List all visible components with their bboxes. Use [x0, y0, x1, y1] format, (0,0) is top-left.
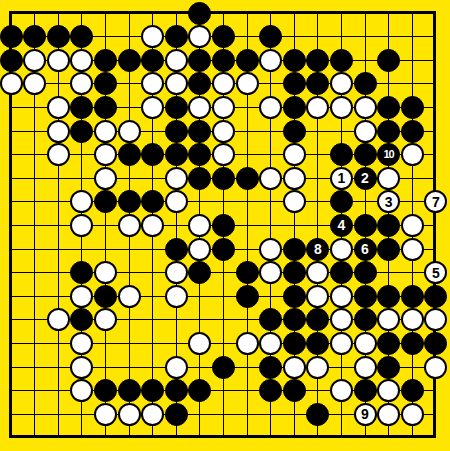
black-stone [377, 285, 400, 308]
white-stone [94, 261, 117, 284]
white-stone [165, 285, 188, 308]
move-6-stone: 6 [354, 238, 377, 261]
white-stone [165, 190, 188, 213]
white-stone [330, 96, 353, 119]
black-stone [212, 238, 235, 261]
move-number-label: 9 [361, 407, 369, 421]
black-stone [401, 120, 424, 143]
black-stone [354, 285, 377, 308]
white-stone [401, 143, 424, 166]
move-number-label: 1 [337, 171, 345, 185]
move-7-stone: 7 [424, 190, 447, 213]
move-1-stone: 1 [330, 167, 353, 190]
black-stone [283, 379, 306, 402]
black-stone [354, 143, 377, 166]
black-stone [401, 285, 424, 308]
black-stone [259, 356, 282, 379]
black-stone [306, 49, 329, 72]
black-stone [236, 261, 259, 284]
move-number-label: 2 [361, 171, 369, 185]
white-stone [259, 167, 282, 190]
black-stone [377, 49, 400, 72]
black-stone [212, 25, 235, 48]
black-stone [236, 167, 259, 190]
black-stone [94, 379, 117, 402]
black-stone [283, 72, 306, 95]
black-stone [354, 308, 377, 331]
white-stone [212, 96, 235, 119]
white-stone [141, 96, 164, 119]
white-stone [141, 214, 164, 237]
white-stone [330, 379, 353, 402]
black-stone [118, 379, 141, 402]
black-stone [401, 332, 424, 355]
black-stone [47, 25, 70, 48]
white-stone [330, 238, 353, 261]
black-stone [377, 238, 400, 261]
black-stone [188, 49, 211, 72]
black-stone [330, 261, 353, 284]
white-stone [283, 167, 306, 190]
white-stone [47, 308, 70, 331]
black-stone [377, 356, 400, 379]
white-stone [259, 96, 282, 119]
move-number-label: 7 [432, 195, 440, 209]
black-stone [118, 143, 141, 166]
black-stone [212, 214, 235, 237]
black-stone [236, 49, 259, 72]
white-stone [118, 214, 141, 237]
black-stone [377, 96, 400, 119]
white-stone [165, 49, 188, 72]
white-stone [259, 49, 282, 72]
black-stone [212, 167, 235, 190]
white-stone [283, 143, 306, 166]
black-stone [94, 285, 117, 308]
move-number-label: 6 [361, 242, 369, 256]
black-stone [0, 49, 23, 72]
white-stone [401, 238, 424, 261]
white-stone [70, 285, 93, 308]
white-stone [236, 72, 259, 95]
white-stone [283, 190, 306, 213]
go-board[interactable]: 10123748659 [0, 0, 450, 451]
white-stone [212, 120, 235, 143]
black-stone [118, 49, 141, 72]
black-stone [118, 190, 141, 213]
white-stone [47, 96, 70, 119]
black-stone [70, 120, 93, 143]
black-stone [424, 285, 447, 308]
move-2-stone: 2 [354, 167, 377, 190]
white-stone [0, 72, 23, 95]
white-stone [70, 356, 93, 379]
white-stone [259, 238, 282, 261]
white-stone [259, 332, 282, 355]
black-stone [283, 238, 306, 261]
black-stone [424, 332, 447, 355]
move-number-label: 8 [314, 242, 322, 256]
black-stone [165, 379, 188, 402]
black-stone [212, 356, 235, 379]
black-stone [377, 214, 400, 237]
white-stone [23, 49, 46, 72]
black-stone [283, 96, 306, 119]
black-stone [354, 261, 377, 284]
white-stone [377, 403, 400, 426]
white-stone [330, 332, 353, 355]
black-stone [283, 49, 306, 72]
black-stone [188, 2, 211, 25]
white-stone [118, 285, 141, 308]
black-stone [330, 49, 353, 72]
white-stone [377, 167, 400, 190]
black-stone [283, 332, 306, 355]
black-stone [283, 261, 306, 284]
white-stone [354, 96, 377, 119]
white-stone [47, 49, 70, 72]
white-stone [354, 356, 377, 379]
white-stone [354, 120, 377, 143]
black-stone [377, 332, 400, 355]
black-stone [354, 72, 377, 95]
white-stone [306, 356, 329, 379]
white-stone [94, 403, 117, 426]
black-stone [188, 167, 211, 190]
black-stone [283, 308, 306, 331]
white-stone [94, 143, 117, 166]
white-stone [94, 167, 117, 190]
black-stone [165, 96, 188, 119]
black-stone [401, 96, 424, 119]
white-stone [165, 261, 188, 284]
black-stone [141, 49, 164, 72]
white-stone [118, 403, 141, 426]
black-stone [165, 403, 188, 426]
white-stone [165, 356, 188, 379]
white-stone [354, 332, 377, 355]
move-8-stone: 8 [306, 238, 329, 261]
white-stone [283, 356, 306, 379]
white-stone [94, 120, 117, 143]
white-stone [424, 356, 447, 379]
white-stone [401, 308, 424, 331]
black-stone [165, 238, 188, 261]
black-stone [165, 143, 188, 166]
black-stone [94, 49, 117, 72]
black-stone [212, 49, 235, 72]
black-stone [377, 120, 400, 143]
black-stone [165, 25, 188, 48]
white-stone [306, 285, 329, 308]
white-stone [236, 332, 259, 355]
black-stone [306, 403, 329, 426]
black-stone [283, 285, 306, 308]
move-number-label: 4 [337, 218, 345, 232]
white-stone [188, 238, 211, 261]
black-stone [354, 214, 377, 237]
black-stone [401, 379, 424, 402]
black-stone [236, 285, 259, 308]
black-stone [0, 25, 23, 48]
move-4-stone: 4 [330, 214, 353, 237]
white-stone [330, 285, 353, 308]
white-stone [401, 214, 424, 237]
white-stone [118, 120, 141, 143]
black-stone [330, 143, 353, 166]
white-stone [212, 143, 235, 166]
white-stone [165, 72, 188, 95]
black-stone [188, 120, 211, 143]
white-stone [47, 143, 70, 166]
black-stone [94, 96, 117, 119]
move-number-label: 10 [383, 149, 393, 160]
white-stone [47, 120, 70, 143]
white-stone [165, 167, 188, 190]
move-number-label: 3 [385, 195, 393, 209]
white-stone [70, 49, 93, 72]
white-stone [401, 403, 424, 426]
black-stone [283, 120, 306, 143]
black-stone [354, 379, 377, 402]
move-9-stone: 9 [354, 403, 377, 426]
black-stone [165, 120, 188, 143]
move-5-stone: 5 [424, 261, 447, 284]
white-stone [424, 308, 447, 331]
white-stone [141, 403, 164, 426]
move-number-label: 5 [432, 266, 440, 280]
